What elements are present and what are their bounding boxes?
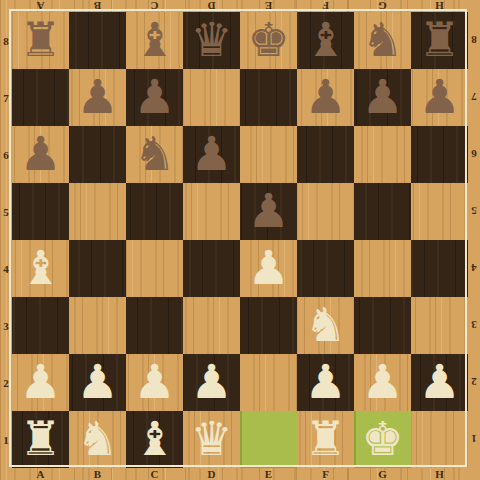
square-e7[interactable] (240, 69, 297, 126)
piece-black-knight[interactable]: ♞ (133, 130, 175, 177)
square-b7[interactable]: ♟ (69, 69, 126, 126)
square-g5[interactable] (354, 183, 411, 240)
square-f7[interactable]: ♟ (297, 69, 354, 126)
square-e8[interactable]: ♚ (240, 12, 297, 69)
square-d6[interactable]: ♟ (183, 126, 240, 183)
square-b4[interactable] (69, 240, 126, 297)
piece-white-knight[interactable]: ♞ (304, 301, 346, 348)
square-g1[interactable]: ♚ (354, 411, 411, 468)
piece-black-rook[interactable]: ♜ (19, 16, 61, 63)
square-f1[interactable]: ♜ (297, 411, 354, 468)
piece-black-queen[interactable]: ♛ (190, 16, 232, 63)
square-a8[interactable]: ♜ (12, 12, 69, 69)
coord-top-c: C (126, 0, 183, 12)
square-h3[interactable] (411, 297, 468, 354)
square-e4[interactable]: ♟ (240, 240, 297, 297)
square-a2[interactable]: ♟ (12, 354, 69, 411)
piece-white-queen[interactable]: ♛ (190, 415, 232, 462)
coord-left-3: 3 (0, 297, 12, 354)
square-a7[interactable] (12, 69, 69, 126)
coord-bottom-h: H (411, 468, 468, 480)
square-b6[interactable] (69, 126, 126, 183)
coord-bottom-f: F (297, 468, 354, 480)
piece-white-bishop[interactable]: ♝ (133, 415, 175, 462)
coord-top-e: E (240, 0, 297, 12)
coord-left-1: 1 (0, 411, 12, 468)
chess-board: ♜♝♛♚♝♞♜♟♟♟♟♟♟♞♟♟♝♟♞♟♟♟♟♟♟♟♜♞♝♛♜♚ (12, 12, 468, 468)
piece-white-king[interactable]: ♚ (361, 415, 403, 462)
piece-black-pawn[interactable]: ♟ (190, 130, 232, 177)
square-c7[interactable]: ♟ (126, 69, 183, 126)
coord-top-a: A (12, 0, 69, 12)
square-c1[interactable]: ♝ (126, 411, 183, 468)
square-c3[interactable] (126, 297, 183, 354)
square-a3[interactable] (12, 297, 69, 354)
piece-white-pawn[interactable]: ♟ (76, 358, 118, 405)
square-d8[interactable]: ♛ (183, 12, 240, 69)
coord-top-d: D (183, 0, 240, 12)
square-g7[interactable]: ♟ (354, 69, 411, 126)
square-d1[interactable]: ♛ (183, 411, 240, 468)
square-e2[interactable] (240, 354, 297, 411)
square-f5[interactable] (297, 183, 354, 240)
piece-black-pawn[interactable]: ♟ (418, 73, 460, 120)
square-h2[interactable]: ♟ (411, 354, 468, 411)
coord-ranks-left: 87654321 (0, 12, 12, 468)
square-f3[interactable]: ♞ (297, 297, 354, 354)
square-a6[interactable]: ♟ (12, 126, 69, 183)
piece-black-pawn[interactable]: ♟ (247, 187, 289, 234)
coord-left-6: 6 (0, 126, 12, 183)
square-e6[interactable] (240, 126, 297, 183)
coord-bottom-b: B (69, 468, 126, 480)
coord-left-2: 2 (0, 354, 12, 411)
square-g4[interactable] (354, 240, 411, 297)
square-d4[interactable] (183, 240, 240, 297)
piece-white-knight[interactable]: ♞ (76, 415, 118, 462)
square-g6[interactable] (354, 126, 411, 183)
coord-right-6: 6 (468, 126, 480, 183)
coord-top-f: F (297, 0, 354, 12)
coord-right-4: 4 (468, 240, 480, 297)
square-h5[interactable] (411, 183, 468, 240)
square-c5[interactable] (126, 183, 183, 240)
square-e3[interactable] (240, 297, 297, 354)
square-h6[interactable] (411, 126, 468, 183)
coord-right-1: 1 (468, 411, 480, 468)
square-a4[interactable]: ♝ (12, 240, 69, 297)
square-d5[interactable] (183, 183, 240, 240)
piece-black-pawn[interactable]: ♟ (76, 73, 118, 120)
piece-black-pawn[interactable]: ♟ (304, 73, 346, 120)
piece-black-rook[interactable]: ♜ (418, 16, 460, 63)
piece-white-pawn[interactable]: ♟ (361, 358, 403, 405)
square-b1[interactable]: ♞ (69, 411, 126, 468)
coord-bottom-c: C (126, 468, 183, 480)
coord-bottom-d: D (183, 468, 240, 480)
square-f2[interactable]: ♟ (297, 354, 354, 411)
coord-top-h: H (411, 0, 468, 12)
square-c8[interactable]: ♝ (126, 12, 183, 69)
coord-right-5: 5 (468, 183, 480, 240)
coord-bottom-e: E (240, 468, 297, 480)
coord-bottom-g: G (354, 468, 411, 480)
square-d7[interactable] (183, 69, 240, 126)
square-h8[interactable]: ♜ (411, 12, 468, 69)
square-g8[interactable]: ♞ (354, 12, 411, 69)
coord-files-bottom: ABCDEFGH (12, 468, 468, 480)
coord-right-7: 7 (468, 69, 480, 126)
square-c6[interactable]: ♞ (126, 126, 183, 183)
square-a5[interactable] (12, 183, 69, 240)
square-g3[interactable] (354, 297, 411, 354)
square-f6[interactable] (297, 126, 354, 183)
piece-black-pawn[interactable]: ♟ (361, 73, 403, 120)
piece-black-knight[interactable]: ♞ (361, 16, 403, 63)
coord-left-7: 7 (0, 69, 12, 126)
coord-left-4: 4 (0, 240, 12, 297)
coord-bottom-a: A (12, 468, 69, 480)
square-c2[interactable]: ♟ (126, 354, 183, 411)
piece-white-pawn[interactable]: ♟ (19, 358, 61, 405)
piece-white-bishop[interactable]: ♝ (19, 244, 61, 291)
piece-black-bishop[interactable]: ♝ (304, 16, 346, 63)
coord-top-b: B (69, 0, 126, 12)
piece-white-pawn[interactable]: ♟ (190, 358, 232, 405)
square-b2[interactable]: ♟ (69, 354, 126, 411)
coord-top-g: G (354, 0, 411, 12)
coord-right-2: 2 (468, 354, 480, 411)
square-h4[interactable] (411, 240, 468, 297)
coord-left-8: 8 (0, 12, 12, 69)
piece-white-rook[interactable]: ♜ (19, 415, 61, 462)
coord-ranks-right: 87654321 (468, 12, 480, 468)
piece-black-king[interactable]: ♚ (247, 16, 289, 63)
wooden-board-frame: ABCDEFGH ABCDEFGH 87654321 87654321 ♜♝♛♚… (0, 0, 480, 480)
piece-white-pawn[interactable]: ♟ (133, 358, 175, 405)
square-e1[interactable] (240, 411, 297, 468)
coord-right-3: 3 (468, 297, 480, 354)
piece-black-pawn[interactable]: ♟ (133, 73, 175, 120)
square-f4[interactable] (297, 240, 354, 297)
square-b8[interactable] (69, 12, 126, 69)
square-g2[interactable]: ♟ (354, 354, 411, 411)
coord-left-5: 5 (0, 183, 12, 240)
square-d2[interactable]: ♟ (183, 354, 240, 411)
square-c4[interactable] (126, 240, 183, 297)
square-f8[interactable]: ♝ (297, 12, 354, 69)
coord-files-top: ABCDEFGH (12, 0, 468, 12)
square-a1[interactable]: ♜ (12, 411, 69, 468)
piece-white-pawn[interactable]: ♟ (247, 244, 289, 291)
square-h7[interactable]: ♟ (411, 69, 468, 126)
square-h1[interactable] (411, 411, 468, 468)
piece-black-bishop[interactable]: ♝ (133, 16, 175, 63)
square-d3[interactable] (183, 297, 240, 354)
piece-white-rook[interactable]: ♜ (304, 415, 346, 462)
piece-white-pawn[interactable]: ♟ (304, 358, 346, 405)
square-b3[interactable] (69, 297, 126, 354)
piece-black-pawn[interactable]: ♟ (19, 130, 61, 177)
piece-white-pawn[interactable]: ♟ (418, 358, 460, 405)
coord-right-8: 8 (468, 12, 480, 69)
square-e5[interactable]: ♟ (240, 183, 297, 240)
square-b5[interactable] (69, 183, 126, 240)
